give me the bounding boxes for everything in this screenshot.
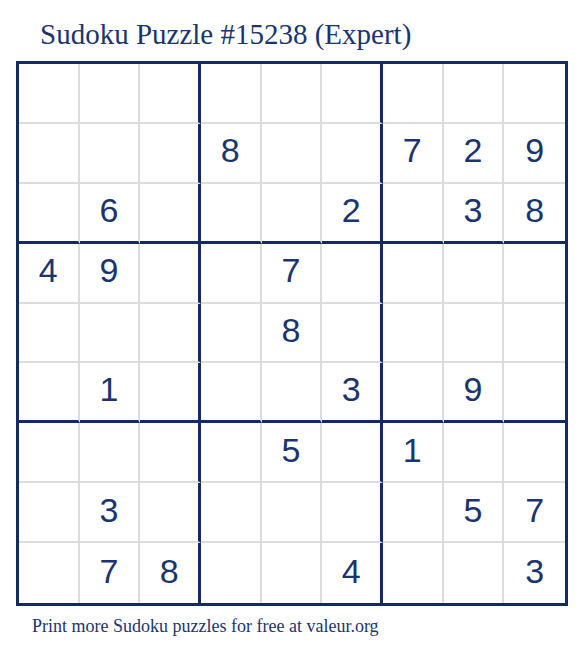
cell-r2c9: 9: [504, 124, 565, 184]
cell-r1c1: [19, 64, 80, 124]
cell-r6c5: [262, 363, 323, 423]
cell-r1c6: [322, 64, 383, 124]
sudoku-page: Sudoku Puzzle #15238 (Expert) 8729623849…: [0, 0, 580, 651]
cell-r9c1: [19, 543, 80, 603]
cell-r6c6: 3: [322, 363, 383, 423]
cell-r3c2: 6: [80, 184, 141, 244]
cell-r5c9: [504, 304, 565, 364]
cell-r8c6: [322, 483, 383, 543]
cell-r7c3: [140, 423, 201, 483]
cell-r4c7: [383, 244, 444, 304]
cell-r6c1: [19, 363, 80, 423]
cell-r1c3: [140, 64, 201, 124]
cell-r3c5: [262, 184, 323, 244]
cell-r7c5: 5: [262, 423, 323, 483]
page-title: Sudoku Puzzle #15238 (Expert): [40, 18, 411, 51]
cell-r6c4: [201, 363, 262, 423]
cell-r7c6: [322, 423, 383, 483]
cell-r9c3: 8: [140, 543, 201, 603]
cell-r8c7: [383, 483, 444, 543]
cell-r9c4: [201, 543, 262, 603]
cell-r5c8: [444, 304, 505, 364]
cell-r9c9: 3: [504, 543, 565, 603]
cell-r4c9: [504, 244, 565, 304]
cell-r2c1: [19, 124, 80, 184]
cell-r6c2: 1: [80, 363, 141, 423]
cell-r8c3: [140, 483, 201, 543]
cell-r5c5: 8: [262, 304, 323, 364]
cell-r2c7: 7: [383, 124, 444, 184]
cell-r4c8: [444, 244, 505, 304]
cell-r8c4: [201, 483, 262, 543]
cell-r1c7: [383, 64, 444, 124]
cell-r3c9: 8: [504, 184, 565, 244]
cell-r1c2: [80, 64, 141, 124]
footer-text: Print more Sudoku puzzles for free at va…: [32, 616, 379, 637]
cell-r6c3: [140, 363, 201, 423]
cell-r5c4: [201, 304, 262, 364]
cell-r8c2: 3: [80, 483, 141, 543]
cell-r4c5: 7: [262, 244, 323, 304]
cell-r8c9: 7: [504, 483, 565, 543]
cell-r2c5: [262, 124, 323, 184]
cell-r4c6: [322, 244, 383, 304]
cell-r2c6: [322, 124, 383, 184]
cell-r7c7: 1: [383, 423, 444, 483]
cell-r5c1: [19, 304, 80, 364]
cell-r7c9: [504, 423, 565, 483]
cell-r2c8: 2: [444, 124, 505, 184]
cell-r2c3: [140, 124, 201, 184]
cell-r6c9: [504, 363, 565, 423]
sudoku-board: 872962384978139513577843: [16, 61, 568, 606]
cell-r2c4: 8: [201, 124, 262, 184]
cell-r9c5: [262, 543, 323, 603]
cell-r3c6: 2: [322, 184, 383, 244]
cell-r1c8: [444, 64, 505, 124]
cell-r4c2: 9: [80, 244, 141, 304]
cell-r2c2: [80, 124, 141, 184]
cell-r3c1: [19, 184, 80, 244]
cell-r3c3: [140, 184, 201, 244]
cell-r8c5: [262, 483, 323, 543]
cell-r7c1: [19, 423, 80, 483]
cell-r1c5: [262, 64, 323, 124]
cell-r5c6: [322, 304, 383, 364]
cell-r3c4: [201, 184, 262, 244]
cell-r8c1: [19, 483, 80, 543]
cell-r9c7: [383, 543, 444, 603]
cell-r3c8: 3: [444, 184, 505, 244]
cell-r7c2: [80, 423, 141, 483]
cell-r7c8: [444, 423, 505, 483]
cell-r1c4: [201, 64, 262, 124]
cell-r6c8: 9: [444, 363, 505, 423]
cell-r9c2: 7: [80, 543, 141, 603]
cell-r5c2: [80, 304, 141, 364]
cell-r9c8: [444, 543, 505, 603]
cell-r5c3: [140, 304, 201, 364]
cell-r4c1: 4: [19, 244, 80, 304]
cell-r1c9: [504, 64, 565, 124]
cell-r7c4: [201, 423, 262, 483]
cell-r6c7: [383, 363, 444, 423]
cell-r8c8: 5: [444, 483, 505, 543]
cell-r9c6: 4: [322, 543, 383, 603]
cell-r3c7: [383, 184, 444, 244]
cell-r5c7: [383, 304, 444, 364]
cell-r4c3: [140, 244, 201, 304]
cell-r4c4: [201, 244, 262, 304]
